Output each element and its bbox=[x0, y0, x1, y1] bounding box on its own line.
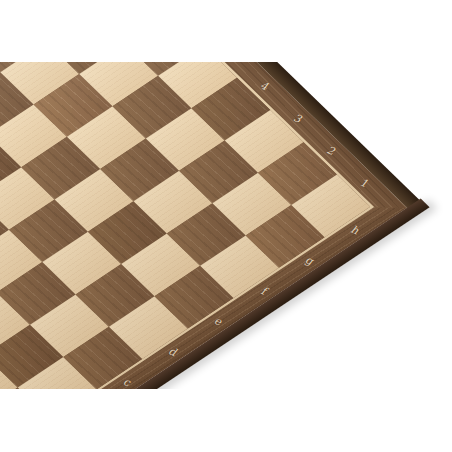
board-clip: cdefgh1234 bbox=[0, 62, 452, 389]
chess-board: cdefgh1234 bbox=[0, 62, 407, 389]
board-photo-canvas: cdefgh1234 bbox=[0, 0, 452, 452]
